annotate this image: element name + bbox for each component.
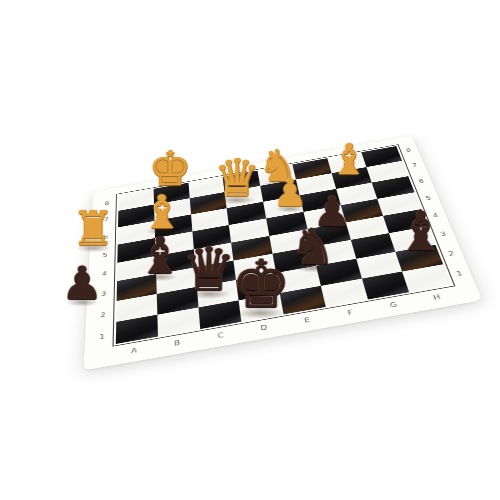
- board-scene: ABCDEFGH 87654321 87654321: [0, 0, 500, 500]
- file-label-g: G: [371, 298, 417, 314]
- board-frame: [113, 144, 456, 346]
- file-label-a: A: [112, 343, 155, 359]
- rank-labels-left: 87654321: [95, 195, 112, 350]
- file-label-h: H: [414, 290, 460, 306]
- file-label-e: E: [285, 313, 330, 329]
- file-label-c: C: [199, 328, 243, 344]
- product-photo: ABCDEFGH 87654321 87654321 ♜♚♝♛♞♟♝♟♝♛♚♞♟…: [0, 0, 500, 500]
- vinyl-chess-mat: ABCDEFGH 87654321 87654321: [83, 136, 482, 371]
- file-label-d: D: [242, 321, 287, 337]
- rank-label-left-4: 4: [98, 264, 111, 286]
- rank-label-left-2: 2: [96, 303, 109, 327]
- rank-label-left-5: 5: [99, 245, 111, 266]
- file-label-b: B: [155, 336, 199, 352]
- rank-label-left-3: 3: [97, 283, 110, 306]
- rank-label-left-1: 1: [95, 325, 109, 350]
- board-grid: [116, 146, 452, 344]
- file-label-f: F: [328, 305, 373, 321]
